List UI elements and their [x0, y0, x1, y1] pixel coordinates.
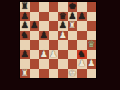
square-h1[interactable] — [87, 69, 97, 79]
square-f5[interactable] — [68, 31, 78, 41]
square-d2[interactable] — [49, 59, 59, 69]
square-a1[interactable]: ♜ — [20, 69, 30, 79]
piece-white-pawn-d3[interactable]: ♟ — [49, 49, 57, 59]
square-e1[interactable] — [58, 69, 68, 79]
square-d3[interactable]: ♟ — [49, 50, 59, 60]
square-f4[interactable] — [68, 40, 78, 50]
piece-black-pawn-b6[interactable]: ♟ — [30, 21, 38, 31]
piece-black-pawn-c5[interactable]: ♟ — [40, 30, 48, 40]
square-a3[interactable]: ♟ — [20, 50, 30, 60]
square-d7[interactable] — [49, 12, 59, 22]
piece-white-pawn-e5[interactable]: ♟ — [59, 30, 67, 40]
square-g7[interactable]: ♟ — [77, 12, 87, 22]
piece-black-knight-a5[interactable]: ♞ — [21, 30, 29, 40]
square-b5[interactable] — [30, 31, 40, 41]
square-c2[interactable] — [39, 59, 49, 69]
square-h8[interactable] — [87, 2, 97, 12]
piece-white-pawn-c3[interactable]: ♟ — [40, 49, 48, 59]
square-h7[interactable] — [87, 12, 97, 22]
square-e5[interactable]: ♟ — [58, 31, 68, 41]
piece-white-queen-h4[interactable]: ♛ — [87, 40, 95, 50]
square-e2[interactable] — [58, 59, 68, 69]
chess-board: ♜♚♟♛♟♟♟♟♟♜♞♟♟♛♟♟♟♞♟♟♜♚ — [20, 2, 96, 78]
square-d1[interactable] — [49, 69, 59, 79]
piece-white-rook-a1[interactable]: ♜ — [21, 68, 29, 78]
square-g1[interactable] — [77, 69, 87, 79]
square-b1[interactable] — [30, 69, 40, 79]
square-b2[interactable] — [30, 59, 40, 69]
square-d5[interactable] — [49, 31, 59, 41]
square-c5[interactable]: ♟ — [39, 31, 49, 41]
square-b3[interactable] — [30, 50, 40, 60]
piece-white-rook-f6[interactable]: ♜ — [68, 21, 76, 31]
square-d6[interactable] — [49, 21, 59, 31]
square-a5[interactable]: ♞ — [20, 31, 30, 41]
square-f1[interactable]: ♚ — [68, 69, 78, 79]
square-f6[interactable]: ♜ — [68, 21, 78, 31]
piece-white-pawn-g2[interactable]: ♟ — [78, 59, 86, 69]
square-b6[interactable]: ♟ — [30, 21, 40, 31]
square-c3[interactable]: ♟ — [39, 50, 49, 60]
square-c8[interactable] — [39, 2, 49, 12]
piece-white-king-f1[interactable]: ♚ — [68, 68, 76, 78]
square-c1[interactable] — [39, 69, 49, 79]
square-g2[interactable]: ♟ — [77, 59, 87, 69]
square-h2[interactable]: ♟ — [87, 59, 97, 69]
square-b8[interactable] — [30, 2, 40, 12]
square-c7[interactable] — [39, 12, 49, 22]
square-f3[interactable] — [68, 50, 78, 60]
square-g5[interactable] — [77, 31, 87, 41]
square-e3[interactable] — [58, 50, 68, 60]
square-d8[interactable] — [49, 2, 59, 12]
piece-white-pawn-h2[interactable]: ♟ — [87, 59, 95, 69]
square-g6[interactable] — [77, 21, 87, 31]
piece-black-pawn-a3[interactable]: ♟ — [21, 49, 29, 59]
square-h6[interactable] — [87, 21, 97, 31]
square-b4[interactable] — [30, 40, 40, 50]
square-e4[interactable] — [58, 40, 68, 50]
piece-black-pawn-g7[interactable]: ♟ — [78, 11, 86, 21]
square-h4[interactable]: ♛ — [87, 40, 97, 50]
